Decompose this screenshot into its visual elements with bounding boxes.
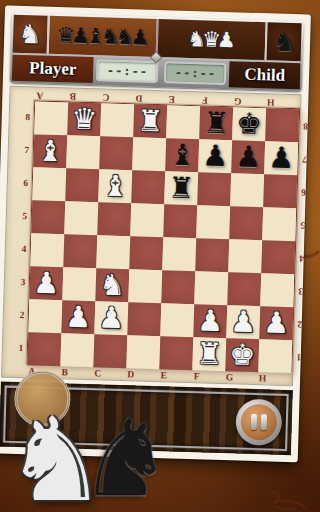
square-h1[interactable] (258, 339, 292, 373)
square-f8[interactable]: ♜ (199, 106, 233, 140)
square-b6[interactable] (65, 168, 99, 202)
square-g7[interactable]: ♟ (231, 140, 265, 174)
piece-white-king-g1: ♚ (229, 338, 256, 372)
square-e2[interactable] (160, 303, 194, 337)
game-card: ♞ ♛♟♝♞♞♟ ♞♛♟ ♞ Player --:-- --:-- Child … (0, 5, 311, 462)
square-b8[interactable]: ♛ (67, 102, 101, 136)
piece-white-bishop-c6: ♝ (102, 169, 129, 203)
square-b2[interactable]: ♟ (61, 300, 95, 334)
square-h7[interactable]: ♟ (264, 141, 298, 175)
square-d5[interactable] (130, 203, 164, 237)
piece-white-pawn-a3: ♟ (33, 266, 60, 300)
square-h4[interactable] (261, 240, 295, 274)
square-f6[interactable] (197, 172, 231, 206)
square-h2[interactable]: ♟ (259, 306, 293, 340)
captured-black-tray: ♛♟♝♞♞♟ (47, 16, 159, 57)
square-h6[interactable] (263, 174, 297, 208)
piece-white-rook-f1: ♜ (196, 337, 223, 371)
square-g5[interactable] (229, 206, 263, 240)
square-b1[interactable] (60, 333, 94, 367)
square-a5[interactable] (31, 200, 65, 234)
square-g1[interactable]: ♚ (225, 338, 259, 372)
square-e3[interactable] (161, 270, 195, 304)
square-d8[interactable]: ♜ (133, 104, 167, 138)
player-side-cell: ♞ (13, 15, 48, 54)
square-d4[interactable] (129, 236, 163, 270)
square-g6[interactable] (230, 173, 264, 207)
medallion-decoration (14, 370, 72, 428)
square-b5[interactable] (64, 201, 98, 235)
opponent-side-cell: ♞ (267, 22, 302, 61)
square-f1[interactable]: ♜ (192, 337, 226, 371)
square-a1[interactable] (27, 332, 61, 366)
piece-white-pawn-c2: ♟ (98, 301, 125, 335)
player-name-label: Player (12, 55, 94, 83)
piece-white-rook-d8: ♜ (137, 104, 164, 138)
square-d2[interactable] (127, 302, 161, 336)
board-grid: ♛♜♜♚♝♝♟♟♟♝♜♟♞♟♟♟♟♟♜♚ (26, 100, 300, 372)
square-g8[interactable]: ♚ (232, 107, 266, 141)
header-frame: ♞ ♛♟♝♞♞♟ ♞♛♟ ♞ Player --:-- --:-- Child (10, 13, 304, 92)
square-c5[interactable] (97, 202, 131, 236)
square-b4[interactable] (63, 234, 97, 268)
square-g3[interactable] (227, 272, 261, 306)
piece-white-pawn-g2: ♟ (230, 305, 257, 339)
piece-white-pawn-h2: ♟ (263, 306, 290, 340)
square-g2[interactable]: ♟ (226, 305, 260, 339)
square-c3[interactable]: ♞ (95, 268, 129, 302)
square-e4[interactable] (162, 237, 196, 271)
square-a4[interactable] (30, 233, 64, 267)
square-h8[interactable] (265, 108, 299, 142)
square-c2[interactable]: ♟ (94, 301, 128, 335)
square-a3[interactable]: ♟ (29, 266, 63, 300)
piece-white-queen-b8: ♛ (71, 102, 98, 136)
square-c4[interactable] (96, 235, 130, 269)
square-e6[interactable]: ♜ (164, 171, 198, 205)
square-d3[interactable] (128, 269, 162, 303)
piece-white-pawn-f2: ♟ (197, 304, 224, 338)
square-e8[interactable] (166, 105, 200, 139)
piece-white-pawn-b2: ♟ (65, 300, 92, 334)
player-clock: --:-- (96, 59, 159, 83)
piece-black-pawn-h7: ♟ (268, 141, 295, 175)
opponent-clock: --:-- (164, 61, 227, 85)
white-knight-icon: ♞ (18, 21, 42, 48)
square-f7[interactable]: ♟ (198, 139, 232, 173)
square-c8[interactable] (100, 103, 134, 137)
bottom-panel (0, 382, 293, 456)
square-a8[interactable] (34, 101, 68, 135)
square-f5[interactable] (196, 205, 230, 239)
square-c1[interactable] (93, 334, 127, 368)
pause-icon (240, 403, 277, 440)
square-e1[interactable] (159, 336, 193, 370)
captured-black-pawn-icon: ♟ (130, 18, 150, 57)
piece-black-pawn-g7: ♟ (235, 140, 262, 174)
square-e7[interactable]: ♝ (165, 138, 199, 172)
captured-white-tray: ♞♛♟ (158, 19, 268, 60)
square-a6[interactable] (32, 167, 66, 201)
square-c7[interactable] (99, 136, 133, 170)
square-b3[interactable] (62, 267, 96, 301)
piece-black-pawn-f7: ♟ (202, 139, 229, 173)
square-a7[interactable]: ♝ (33, 134, 67, 168)
square-c6[interactable]: ♝ (98, 169, 132, 203)
square-f2[interactable]: ♟ (193, 304, 227, 338)
square-b7[interactable] (66, 135, 100, 169)
square-e5[interactable] (163, 204, 197, 238)
piece-black-bishop-e7: ♝ (169, 138, 196, 172)
square-d6[interactable] (131, 170, 165, 204)
opponent-name-label: Child (229, 61, 300, 89)
piece-black-rook-f8: ♜ (203, 106, 230, 140)
square-d1[interactable] (126, 335, 160, 369)
square-h5[interactable] (262, 207, 296, 241)
piece-black-rook-e6: ♜ (168, 171, 195, 205)
square-g4[interactable] (228, 239, 262, 273)
piece-white-bishop-a7: ♝ (37, 134, 64, 168)
captured-white-pawn-icon: ♟ (216, 21, 236, 60)
chess-board: ABCDEFGH 87654321 ♛♜♜♚♝♝♟♟♟♝♜♟♞♟♟♟♟♟♜♚ 8… (1, 86, 302, 387)
piece-black-king-g8: ♚ (236, 107, 263, 141)
square-f4[interactable] (195, 238, 229, 272)
pause-button[interactable] (235, 398, 282, 445)
piece-white-knight-c3: ♞ (99, 268, 126, 302)
square-d7[interactable] (132, 137, 166, 171)
square-f3[interactable] (194, 271, 228, 305)
square-h3[interactable] (260, 273, 294, 307)
square-a2[interactable] (28, 299, 62, 333)
black-knight-icon: ♞ (272, 28, 296, 55)
